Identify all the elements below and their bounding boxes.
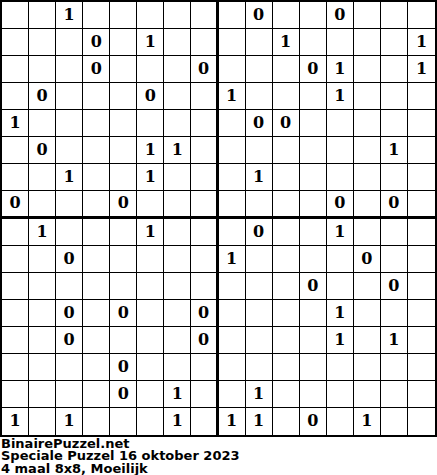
cell-r8c11-empty[interactable] (273, 191, 300, 218)
cell-r13c8-given-0[interactable]: 0 (191, 327, 218, 354)
cell-r16c13-empty[interactable] (327, 408, 354, 435)
cell-r16c9-given-1[interactable]: 1 (219, 408, 246, 435)
cell-r5c16-empty[interactable] (408, 110, 435, 137)
cell-r1c15-empty[interactable] (381, 2, 408, 29)
cell-r1c16-empty[interactable] (408, 2, 435, 29)
cell-r1c13-given-0[interactable]: 0 (327, 2, 354, 29)
cell-r4c13-given-1[interactable]: 1 (327, 83, 354, 110)
cell-r8c2-empty[interactable] (29, 191, 56, 218)
cell-r8c4-empty[interactable] (83, 191, 110, 218)
cell-r2c7-empty[interactable] (164, 29, 191, 56)
cell-r12c13-given-1[interactable]: 1 (327, 300, 354, 327)
cell-r12c10-empty[interactable] (246, 300, 273, 327)
cell-r9c11-empty[interactable] (273, 219, 300, 246)
cell-r3c7-empty[interactable] (164, 56, 191, 83)
cell-r1c7-empty[interactable] (164, 2, 191, 29)
cell-r6c8-empty[interactable] (191, 137, 218, 164)
cell-r7c13-empty[interactable] (327, 164, 354, 191)
cell-r4c10-empty[interactable] (246, 83, 273, 110)
cell-r4c14-empty[interactable] (354, 83, 381, 110)
cell-r7c14-empty[interactable] (354, 164, 381, 191)
cell-r8c16-empty[interactable] (408, 191, 435, 218)
cell-r7c5-empty[interactable] (110, 164, 137, 191)
cell-r8c1-given-0[interactable]: 0 (2, 191, 29, 218)
cell-r9c5-empty[interactable] (110, 219, 137, 246)
cell-r7c1-empty[interactable] (2, 164, 29, 191)
cell-r13c2-empty[interactable] (29, 327, 56, 354)
cell-r3c6-empty[interactable] (137, 56, 164, 83)
cell-r10c15-empty[interactable] (381, 246, 408, 273)
cell-r13c16-empty[interactable] (408, 327, 435, 354)
cell-r1c6-empty[interactable] (137, 2, 164, 29)
cell-r15c11-empty[interactable] (273, 381, 300, 408)
cell-r16c1-given-1[interactable]: 1 (2, 408, 29, 435)
cell-r14c2-empty[interactable] (29, 354, 56, 381)
cell-r14c13-empty[interactable] (327, 354, 354, 381)
cell-r7c7-empty[interactable] (164, 164, 191, 191)
cell-r1c4-empty[interactable] (83, 2, 110, 29)
cell-r6c14-empty[interactable] (354, 137, 381, 164)
cell-r1c8-empty[interactable] (191, 2, 218, 29)
cell-r11c2-empty[interactable] (29, 273, 56, 300)
puzzle-subtitle: 4 maal 8x8, Moeilijk (1, 463, 437, 475)
cell-r1c12-empty[interactable] (300, 2, 327, 29)
cell-r2c9-empty[interactable] (219, 29, 246, 56)
cell-r9c16-empty[interactable] (408, 219, 435, 246)
cell-r12c5-given-0[interactable]: 0 (110, 300, 137, 327)
cell-r14c14-empty[interactable] (354, 354, 381, 381)
cell-r14c6-empty[interactable] (137, 354, 164, 381)
cell-r14c3-empty[interactable] (56, 354, 83, 381)
cell-r10c13-empty[interactable] (327, 246, 354, 273)
cell-r13c12-empty[interactable] (300, 327, 327, 354)
cell-r2c8-empty[interactable] (191, 29, 218, 56)
cell-r6c16-empty[interactable] (408, 137, 435, 164)
cell-r9c15-empty[interactable] (381, 219, 408, 246)
cell-r3c16-given-1[interactable]: 1 (408, 56, 435, 83)
cell-r8c15-given-0[interactable]: 0 (381, 191, 408, 218)
cell-r2c5-empty[interactable] (110, 29, 137, 56)
cell-r3c13-given-1[interactable]: 1 (327, 56, 354, 83)
cell-r13c10-empty[interactable] (246, 327, 273, 354)
cell-r2c16-given-1[interactable]: 1 (408, 29, 435, 56)
cell-r12c4-empty[interactable] (83, 300, 110, 327)
cell-r10c3-given-0[interactable]: 0 (56, 246, 83, 273)
cell-r7c4-empty[interactable] (83, 164, 110, 191)
cell-r15c3-empty[interactable] (56, 381, 83, 408)
cell-r1c2-empty[interactable] (29, 2, 56, 29)
cell-r9c4-empty[interactable] (83, 219, 110, 246)
cell-r5c14-empty[interactable] (354, 110, 381, 137)
cell-r4c7-empty[interactable] (164, 83, 191, 110)
cell-r9c13-given-1[interactable]: 1 (327, 219, 354, 246)
cell-r4c15-empty[interactable] (381, 83, 408, 110)
cell-r16c8-empty[interactable] (191, 408, 218, 435)
cell-r11c10-empty[interactable] (246, 273, 273, 300)
cell-r11c1-empty[interactable] (2, 273, 29, 300)
cell-r2c1-empty[interactable] (2, 29, 29, 56)
cell-r4c12-empty[interactable] (300, 83, 327, 110)
cell-r6c3-empty[interactable] (56, 137, 83, 164)
cell-r11c7-empty[interactable] (164, 273, 191, 300)
cell-r10c8-empty[interactable] (191, 246, 218, 273)
cell-r7c6-given-1[interactable]: 1 (137, 164, 164, 191)
cell-r12c12-empty[interactable] (300, 300, 327, 327)
cell-r9c1-empty[interactable] (2, 219, 29, 246)
cell-r9c9-empty[interactable] (219, 219, 246, 246)
cell-r10c5-empty[interactable] (110, 246, 137, 273)
cell-r6c6-given-1[interactable]: 1 (137, 137, 164, 164)
cell-r4c4-empty[interactable] (83, 83, 110, 110)
cell-r1c9-empty[interactable] (219, 2, 246, 29)
cell-r11c14-empty[interactable] (354, 273, 381, 300)
cell-r2c10-empty[interactable] (246, 29, 273, 56)
cell-r5c1-given-1[interactable]: 1 (2, 110, 29, 137)
cell-r8c10-empty[interactable] (246, 191, 273, 218)
cell-r16c11-empty[interactable] (273, 408, 300, 435)
binary-puzzle-board: 1000111000110011100011111100001101010000… (0, 0, 437, 437)
cell-r15c4-empty[interactable] (83, 381, 110, 408)
cell-r7c16-empty[interactable] (408, 164, 435, 191)
cell-r10c14-given-0[interactable]: 0 (354, 246, 381, 273)
cell-r14c9-empty[interactable] (219, 354, 246, 381)
cell-r5c11-given-0[interactable]: 0 (273, 110, 300, 137)
cell-r13c9-empty[interactable] (219, 327, 246, 354)
cell-r6c2-given-0[interactable]: 0 (29, 137, 56, 164)
cell-r9c7-empty[interactable] (164, 219, 191, 246)
cell-r13c15-given-1[interactable]: 1 (381, 327, 408, 354)
cell-r11c12-given-0[interactable]: 0 (300, 273, 327, 300)
cell-r4c16-empty[interactable] (408, 83, 435, 110)
cell-r8c3-empty[interactable] (56, 191, 83, 218)
cell-r15c16-empty[interactable] (408, 381, 435, 408)
cell-r7c11-empty[interactable] (273, 164, 300, 191)
cell-r3c1-empty[interactable] (2, 56, 29, 83)
cell-r16c15-empty[interactable] (381, 408, 408, 435)
cell-r4c2-given-0[interactable]: 0 (29, 83, 56, 110)
cell-r1c10-given-0[interactable]: 0 (246, 2, 273, 29)
cell-r6c12-empty[interactable] (300, 137, 327, 164)
cell-r9c6-given-1[interactable]: 1 (137, 219, 164, 246)
cell-r14c16-empty[interactable] (408, 354, 435, 381)
cell-r13c5-empty[interactable] (110, 327, 137, 354)
cell-r15c14-empty[interactable] (354, 381, 381, 408)
cell-r2c15-empty[interactable] (381, 29, 408, 56)
cell-r15c5-given-0[interactable]: 0 (110, 381, 137, 408)
cell-r14c8-empty[interactable] (191, 354, 218, 381)
cell-r2c11-given-1[interactable]: 1 (273, 29, 300, 56)
cell-r1c14-empty[interactable] (354, 2, 381, 29)
cell-r3c14-empty[interactable] (354, 56, 381, 83)
cell-r12c16-empty[interactable] (408, 300, 435, 327)
cell-r5c15-empty[interactable] (381, 110, 408, 137)
cell-r8c5-given-0[interactable]: 0 (110, 191, 137, 218)
cell-r10c7-empty[interactable] (164, 246, 191, 273)
cell-r8c12-empty[interactable] (300, 191, 327, 218)
cell-r15c10-given-1[interactable]: 1 (246, 381, 273, 408)
cell-r4c1-empty[interactable] (2, 83, 29, 110)
cell-r12c6-empty[interactable] (137, 300, 164, 327)
cell-r5c7-empty[interactable] (164, 110, 191, 137)
cell-r4c9-given-1[interactable]: 1 (219, 83, 246, 110)
cell-r10c11-empty[interactable] (273, 246, 300, 273)
cell-r3c12-given-0[interactable]: 0 (300, 56, 327, 83)
cell-r11c3-empty[interactable] (56, 273, 83, 300)
cell-r8c6-empty[interactable] (137, 191, 164, 218)
cell-r11c4-empty[interactable] (83, 273, 110, 300)
cell-r5c8-empty[interactable] (191, 110, 218, 137)
cell-r16c12-given-0[interactable]: 0 (300, 408, 327, 435)
cell-r10c6-empty[interactable] (137, 246, 164, 273)
cell-r12c11-empty[interactable] (273, 300, 300, 327)
cell-r10c10-empty[interactable] (246, 246, 273, 273)
cell-r8c14-empty[interactable] (354, 191, 381, 218)
cell-r15c9-empty[interactable] (219, 381, 246, 408)
cell-r7c8-empty[interactable] (191, 164, 218, 191)
cell-r11c6-empty[interactable] (137, 273, 164, 300)
cell-r12c7-empty[interactable] (164, 300, 191, 327)
cell-r12c1-empty[interactable] (2, 300, 29, 327)
cell-r10c4-empty[interactable] (83, 246, 110, 273)
cell-r4c8-empty[interactable] (191, 83, 218, 110)
cell-r5c3-empty[interactable] (56, 110, 83, 137)
cell-r16c10-given-1[interactable]: 1 (246, 408, 273, 435)
cell-r16c7-given-1[interactable]: 1 (164, 408, 191, 435)
cell-r13c14-empty[interactable] (354, 327, 381, 354)
cell-r12c8-given-0[interactable]: 0 (191, 300, 218, 327)
cell-r9c2-given-1[interactable]: 1 (29, 219, 56, 246)
cell-r12c14-empty[interactable] (354, 300, 381, 327)
cell-r4c3-empty[interactable] (56, 83, 83, 110)
cell-r8c13-given-0[interactable]: 0 (327, 191, 354, 218)
cell-r2c3-empty[interactable] (56, 29, 83, 56)
cell-r6c9-empty[interactable] (219, 137, 246, 164)
cell-r15c2-empty[interactable] (29, 381, 56, 408)
cell-r14c11-empty[interactable] (273, 354, 300, 381)
cell-r3c15-empty[interactable] (381, 56, 408, 83)
cell-r13c3-given-0[interactable]: 0 (56, 327, 83, 354)
cell-r16c2-empty[interactable] (29, 408, 56, 435)
cell-r14c15-empty[interactable] (381, 354, 408, 381)
cell-r2c4-given-0[interactable]: 0 (83, 29, 110, 56)
cell-r1c3-given-1[interactable]: 1 (56, 2, 83, 29)
cell-r11c15-given-0[interactable]: 0 (381, 273, 408, 300)
cell-r2c2-empty[interactable] (29, 29, 56, 56)
cell-r3c9-empty[interactable] (219, 56, 246, 83)
cell-r5c4-empty[interactable] (83, 110, 110, 137)
cell-r8c9-empty[interactable] (219, 191, 246, 218)
cell-r14c4-empty[interactable] (83, 354, 110, 381)
cell-r9c3-empty[interactable] (56, 219, 83, 246)
cell-r14c5-given-0[interactable]: 0 (110, 354, 137, 381)
cell-r7c9-empty[interactable] (219, 164, 246, 191)
cell-r3c11-empty[interactable] (273, 56, 300, 83)
cell-r1c5-empty[interactable] (110, 2, 137, 29)
cell-r5c9-empty[interactable] (219, 110, 246, 137)
cell-r7c12-empty[interactable] (300, 164, 327, 191)
cell-r11c8-empty[interactable] (191, 273, 218, 300)
cell-r9c10-given-0[interactable]: 0 (246, 219, 273, 246)
cell-r7c10-given-1[interactable]: 1 (246, 164, 273, 191)
cell-r13c11-empty[interactable] (273, 327, 300, 354)
cell-r6c15-given-1[interactable]: 1 (381, 137, 408, 164)
cell-r3c8-given-0[interactable]: 0 (191, 56, 218, 83)
cell-r6c1-empty[interactable] (2, 137, 29, 164)
cell-r13c7-empty[interactable] (164, 327, 191, 354)
cell-r13c1-empty[interactable] (2, 327, 29, 354)
cell-r1c11-empty[interactable] (273, 2, 300, 29)
cell-r11c16-empty[interactable] (408, 273, 435, 300)
cell-r4c5-empty[interactable] (110, 83, 137, 110)
cell-r11c11-empty[interactable] (273, 273, 300, 300)
cell-r9c8-empty[interactable] (191, 219, 218, 246)
cell-r2c6-given-1[interactable]: 1 (137, 29, 164, 56)
cell-r13c6-empty[interactable] (137, 327, 164, 354)
cell-r16c16-empty[interactable] (408, 408, 435, 435)
cell-r16c3-given-1[interactable]: 1 (56, 408, 83, 435)
cell-r8c7-empty[interactable] (164, 191, 191, 218)
cell-r16c4-empty[interactable] (83, 408, 110, 435)
cell-r12c3-given-0[interactable]: 0 (56, 300, 83, 327)
cell-r5c5-empty[interactable] (110, 110, 137, 137)
cell-r10c2-empty[interactable] (29, 246, 56, 273)
cell-r8c8-empty[interactable] (191, 191, 218, 218)
cell-r15c6-empty[interactable] (137, 381, 164, 408)
cell-r14c10-empty[interactable] (246, 354, 273, 381)
cell-r6c7-given-1[interactable]: 1 (164, 137, 191, 164)
cell-r6c4-empty[interactable] (83, 137, 110, 164)
cell-r15c13-empty[interactable] (327, 381, 354, 408)
cell-r11c5-empty[interactable] (110, 273, 137, 300)
cell-r6c10-empty[interactable] (246, 137, 273, 164)
cell-r3c5-empty[interactable] (110, 56, 137, 83)
cell-r16c5-empty[interactable] (110, 408, 137, 435)
cell-r15c8-empty[interactable] (191, 381, 218, 408)
cell-r16c6-empty[interactable] (137, 408, 164, 435)
cell-r15c12-empty[interactable] (300, 381, 327, 408)
cell-r5c10-given-0[interactable]: 0 (246, 110, 273, 137)
cell-r6c11-empty[interactable] (273, 137, 300, 164)
cell-r10c16-empty[interactable] (408, 246, 435, 273)
cell-r7c15-empty[interactable] (381, 164, 408, 191)
cell-r15c1-empty[interactable] (2, 381, 29, 408)
cell-r2c12-empty[interactable] (300, 29, 327, 56)
cell-r5c2-empty[interactable] (29, 110, 56, 137)
cell-r12c9-empty[interactable] (219, 300, 246, 327)
cell-r13c13-given-1[interactable]: 1 (327, 327, 354, 354)
puzzle-footer: BinairePuzzel.net Speciale Puzzel 16 okt… (1, 438, 437, 475)
cell-r15c7-given-1[interactable]: 1 (164, 381, 191, 408)
cell-r10c9-given-1[interactable]: 1 (219, 246, 246, 273)
cell-r4c11-empty[interactable] (273, 83, 300, 110)
cell-r14c1-empty[interactable] (2, 354, 29, 381)
cell-r10c12-empty[interactable] (300, 246, 327, 273)
cell-r6c5-empty[interactable] (110, 137, 137, 164)
cell-r11c13-empty[interactable] (327, 273, 354, 300)
cell-r9c14-empty[interactable] (354, 219, 381, 246)
cell-r2c13-empty[interactable] (327, 29, 354, 56)
cell-r14c12-empty[interactable] (300, 354, 327, 381)
cell-r5c12-empty[interactable] (300, 110, 327, 137)
cell-r5c13-empty[interactable] (327, 110, 354, 137)
cell-r7c2-empty[interactable] (29, 164, 56, 191)
cell-r3c4-given-0[interactable]: 0 (83, 56, 110, 83)
cell-r10c1-empty[interactable] (2, 246, 29, 273)
cell-r9c12-empty[interactable] (300, 219, 327, 246)
cell-r6c13-empty[interactable] (327, 137, 354, 164)
cell-r11c9-empty[interactable] (219, 273, 246, 300)
cell-r14c7-empty[interactable] (164, 354, 191, 381)
cell-r15c15-empty[interactable] (381, 381, 408, 408)
cell-r12c2-empty[interactable] (29, 300, 56, 327)
puzzle-page: 1000111000110011100011111100001101010000… (0, 0, 437, 475)
cell-r3c10-empty[interactable] (246, 56, 273, 83)
cell-r4c6-given-0[interactable]: 0 (137, 83, 164, 110)
cell-r2c14-empty[interactable] (354, 29, 381, 56)
cell-r16c14-given-1[interactable]: 1 (354, 408, 381, 435)
cell-r1c1-empty[interactable] (2, 2, 29, 29)
cell-r3c2-empty[interactable] (29, 56, 56, 83)
cell-r7c3-given-1[interactable]: 1 (56, 164, 83, 191)
cell-r12c15-empty[interactable] (381, 300, 408, 327)
cell-r5c6-empty[interactable] (137, 110, 164, 137)
cell-r13c4-empty[interactable] (83, 327, 110, 354)
cell-r3c3-empty[interactable] (56, 56, 83, 83)
